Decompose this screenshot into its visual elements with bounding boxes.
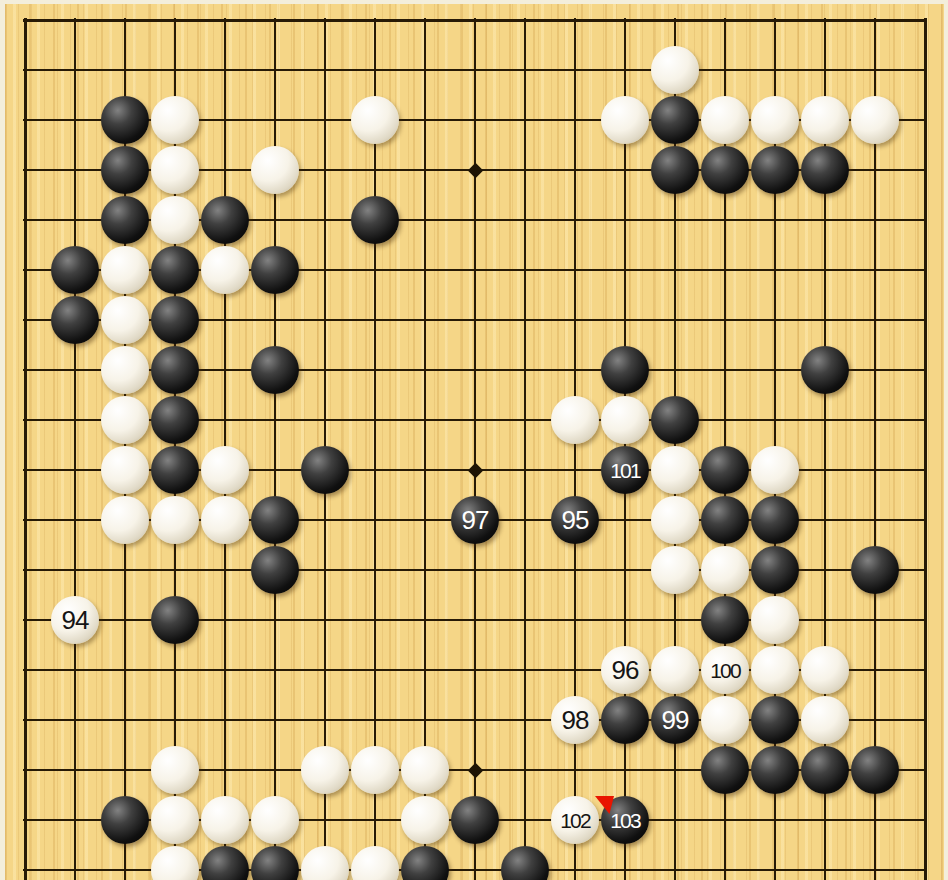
black-stone <box>51 296 99 344</box>
grid-line-horizontal <box>23 69 927 71</box>
go-board: 101979594961009899102103 <box>0 0 948 880</box>
grid-line-vertical <box>924 18 927 880</box>
grid-line-vertical <box>474 18 476 880</box>
black-stone <box>101 146 149 194</box>
grid-line-vertical <box>74 18 76 880</box>
black-stone <box>751 696 799 744</box>
white-stone <box>201 246 249 294</box>
black-stone <box>301 446 349 494</box>
black-stone <box>351 196 399 244</box>
white-stone <box>101 446 149 494</box>
grid-line-horizontal <box>23 19 927 22</box>
black-stone <box>101 796 149 844</box>
black-stone <box>801 346 849 394</box>
black-stone: 101 <box>601 446 649 494</box>
black-stone <box>801 746 849 794</box>
white-stone: 102 <box>551 796 599 844</box>
black-stone <box>101 196 149 244</box>
black-stone <box>151 596 199 644</box>
black-stone: 97 <box>451 496 499 544</box>
white-stone <box>401 746 449 794</box>
black-stone <box>701 446 749 494</box>
white-stone <box>151 196 199 244</box>
black-stone <box>651 96 699 144</box>
white-stone <box>101 396 149 444</box>
white-stone <box>251 796 299 844</box>
white-stone: 94 <box>51 596 99 644</box>
white-stone <box>751 446 799 494</box>
white-stone <box>701 546 749 594</box>
black-stone <box>151 346 199 394</box>
black-stone <box>251 246 299 294</box>
black-stone <box>151 446 199 494</box>
white-stone <box>701 696 749 744</box>
black-stone <box>251 346 299 394</box>
black-stone: 95 <box>551 496 599 544</box>
black-stone <box>201 196 249 244</box>
move-number-label: 97 <box>462 507 489 533</box>
white-stone <box>751 596 799 644</box>
white-stone <box>751 96 799 144</box>
white-stone <box>751 646 799 694</box>
white-stone <box>651 646 699 694</box>
white-stone <box>101 246 149 294</box>
black-stone <box>651 396 699 444</box>
black-stone <box>151 396 199 444</box>
white-stone <box>801 646 849 694</box>
white-stone <box>201 496 249 544</box>
white-stone <box>801 96 849 144</box>
move-number-label: 100 <box>710 660 740 681</box>
white-stone <box>651 496 699 544</box>
white-stone <box>351 746 399 794</box>
black-stone <box>851 546 899 594</box>
white-stone <box>351 96 399 144</box>
black-stone <box>751 546 799 594</box>
grid-line-vertical <box>24 18 27 880</box>
black-stone <box>701 496 749 544</box>
white-stone <box>151 796 199 844</box>
black-stone <box>51 246 99 294</box>
black-stone <box>801 146 849 194</box>
black-stone <box>851 746 899 794</box>
white-stone <box>151 746 199 794</box>
move-number-label: 101 <box>610 460 640 481</box>
move-number-label: 94 <box>62 607 89 633</box>
white-stone <box>251 146 299 194</box>
white-stone <box>151 496 199 544</box>
black-stone <box>601 696 649 744</box>
white-stone <box>101 346 149 394</box>
black-stone <box>251 546 299 594</box>
black-stone <box>601 346 649 394</box>
white-stone <box>801 696 849 744</box>
white-stone: 98 <box>551 696 599 744</box>
white-stone <box>151 146 199 194</box>
black-stone <box>451 796 499 844</box>
white-stone: 100 <box>701 646 749 694</box>
white-stone: 96 <box>601 646 649 694</box>
black-stone <box>151 246 199 294</box>
white-stone <box>651 46 699 94</box>
white-stone <box>601 96 649 144</box>
move-number-label: 99 <box>662 707 689 733</box>
white-stone <box>201 796 249 844</box>
black-stone <box>651 146 699 194</box>
white-stone <box>701 96 749 144</box>
move-number-label: 95 <box>562 507 589 533</box>
black-stone <box>751 146 799 194</box>
white-stone <box>651 446 699 494</box>
move-number-label: 103 <box>610 810 640 831</box>
black-stone <box>701 146 749 194</box>
white-stone <box>601 396 649 444</box>
grid-line-vertical <box>574 18 576 880</box>
white-stone <box>101 296 149 344</box>
black-stone: 99 <box>651 696 699 744</box>
move-number-label: 102 <box>560 810 590 831</box>
white-stone <box>301 746 349 794</box>
black-stone <box>101 96 149 144</box>
black-stone <box>251 496 299 544</box>
move-number-label: 98 <box>562 707 589 733</box>
white-stone <box>551 396 599 444</box>
white-stone <box>851 96 899 144</box>
white-stone <box>401 796 449 844</box>
black-stone <box>751 746 799 794</box>
white-stone <box>101 496 149 544</box>
white-stone <box>651 546 699 594</box>
black-stone <box>751 496 799 544</box>
black-stone <box>151 296 199 344</box>
black-stone <box>701 746 749 794</box>
white-stone <box>151 96 199 144</box>
grid-line-vertical <box>524 18 526 880</box>
move-number-label: 96 <box>612 657 639 683</box>
white-stone <box>201 446 249 494</box>
black-stone <box>701 596 749 644</box>
